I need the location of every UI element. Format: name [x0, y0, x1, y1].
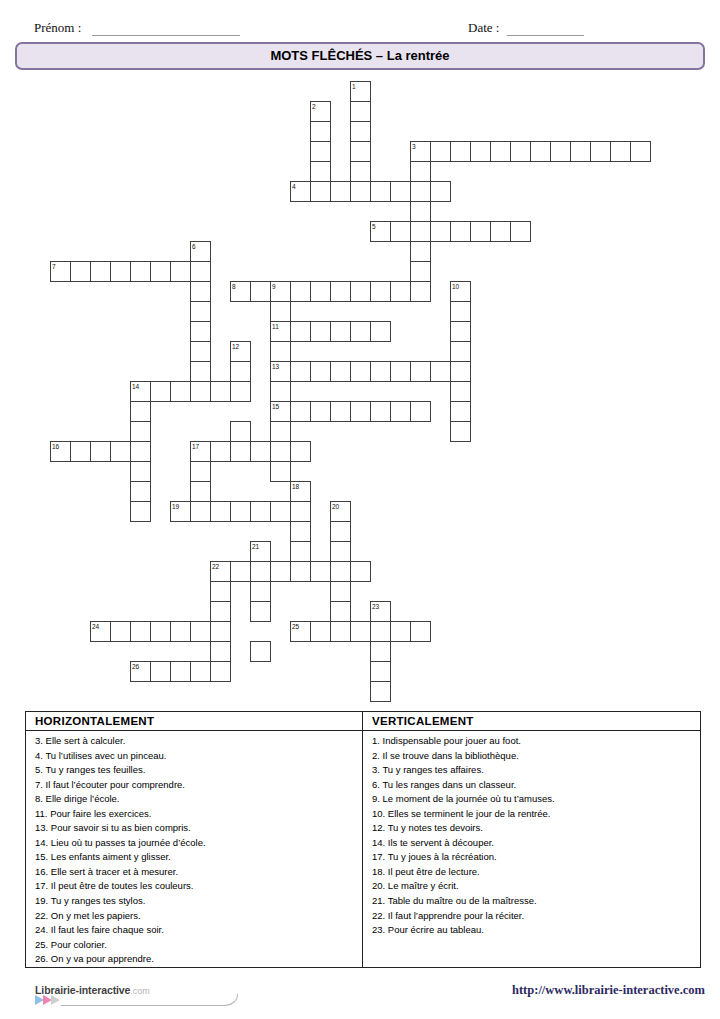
grid-cell[interactable] [290, 321, 311, 342]
clue-item: 7. Il faut l’écouter pour comprendre. [26, 778, 362, 793]
grid-cell-number: 5 [372, 223, 376, 230]
grid-cell[interactable] [430, 221, 451, 242]
grid-cell[interactable] [130, 461, 151, 482]
grid-cell[interactable] [350, 161, 371, 182]
grid-cell-number: 15 [272, 403, 279, 410]
clue-item: 21. Table du maître ou de la maîtresse. [363, 894, 700, 909]
grid-cell[interactable] [170, 261, 191, 282]
grid-cell[interactable] [290, 281, 311, 302]
grid-cell[interactable] [250, 561, 271, 582]
clue-item: 17. Tu y joues à la récréation. [363, 850, 700, 865]
grid-cell-number: 12 [232, 343, 239, 350]
date-blank-line[interactable] [507, 22, 584, 36]
grid-cell[interactable] [310, 141, 331, 162]
grid-cell[interactable] [530, 141, 551, 162]
grid-cell[interactable] [390, 221, 411, 242]
grid-cell[interactable] [350, 101, 371, 122]
grid-cell-number: 24 [92, 623, 99, 630]
grid-cell[interactable] [450, 221, 471, 242]
clue-item: 19. Tu y ranges tes stylos. [26, 894, 362, 909]
grid-cell-number: 10 [452, 283, 459, 290]
grid-cell[interactable] [310, 181, 331, 202]
clues-horizontal-list: 3. Elle sert à calculer.4. Tu l’utilises… [26, 731, 362, 967]
grid-cell[interactable] [190, 301, 211, 322]
arrow-icon [51, 995, 60, 1005]
grid-cell[interactable] [110, 621, 131, 642]
grid-cell[interactable] [170, 661, 191, 682]
grid-cell[interactable] [230, 421, 251, 442]
grid-cell[interactable] [290, 521, 311, 542]
clues-column-vertical: VERTICALEMENT 1. Indispensable pour joue… [363, 712, 700, 967]
grid-cell[interactable] [370, 361, 391, 382]
grid-cell[interactable] [250, 581, 271, 602]
grid-cell[interactable] [190, 461, 211, 482]
grid-cell[interactable] [430, 361, 451, 382]
grid-cell[interactable] [130, 401, 151, 422]
grid-cell[interactable] [190, 381, 211, 402]
grid-cell[interactable] [310, 361, 331, 382]
grid-cell[interactable] [250, 441, 271, 462]
clue-item: 17. Il peut être de toutes les couleurs. [26, 879, 362, 894]
grid-cell[interactable] [250, 601, 271, 622]
grid-cell[interactable] [210, 621, 231, 642]
grid-cell[interactable] [410, 161, 431, 182]
clue-item: 6. Tu les ranges dans un classeur. [363, 778, 700, 793]
grid-cell[interactable] [150, 261, 171, 282]
grid-cell[interactable] [330, 561, 351, 582]
grid-cell[interactable] [450, 361, 471, 382]
grid-cell[interactable] [110, 261, 131, 282]
grid-cell[interactable] [330, 281, 351, 302]
grid-cell[interactable] [70, 261, 91, 282]
grid-cell[interactable] [210, 581, 231, 602]
grid-cell[interactable] [130, 501, 151, 522]
grid-cell[interactable] [130, 441, 151, 462]
clue-item: 13. Pour savoir si tu as bien compris. [26, 821, 362, 836]
clue-item: 14. Lieu où tu passes ta journée d’école… [26, 836, 362, 851]
grid-cell[interactable] [450, 301, 471, 322]
grid-cell[interactable] [290, 561, 311, 582]
grid-cell[interactable] [230, 361, 251, 382]
grid-cell[interactable] [410, 361, 431, 382]
grid-cell[interactable] [210, 661, 231, 682]
grid-cell-number: 19 [172, 503, 179, 510]
grid-cell[interactable] [230, 561, 251, 582]
clue-item: 24. Il faut les faire chaque soir. [26, 923, 362, 938]
grid-cell[interactable] [290, 361, 311, 382]
grid-cell[interactable] [250, 501, 271, 522]
grid-cell[interactable] [270, 441, 291, 462]
grid-cell[interactable] [270, 381, 291, 402]
grid-cell-number: 13 [272, 363, 279, 370]
grid-cell[interactable] [450, 381, 471, 402]
grid-cell[interactable] [610, 141, 631, 162]
grid-cell-number: 22 [212, 563, 219, 570]
grid-cell[interactable] [350, 621, 371, 642]
site-url-link[interactable]: http://www.librairie-interactive.com [512, 983, 705, 998]
clue-item: 3. Tu y ranges tes affaires. [363, 763, 700, 778]
title-bar: MOTS FLÊCHÉS – La rentrée [15, 42, 705, 70]
grid-cell-number: 4 [292, 183, 296, 190]
grid-cell[interactable] [270, 461, 291, 482]
grid-cell[interactable] [230, 441, 251, 462]
grid-cell[interactable] [390, 281, 411, 302]
grid-cell[interactable] [370, 681, 391, 702]
clue-item: 9. Le moment de la journée où tu t’amuse… [363, 792, 700, 807]
grid-cell[interactable] [190, 321, 211, 342]
grid-cell[interactable] [450, 141, 471, 162]
grid-cell[interactable] [190, 281, 211, 302]
grid-cell[interactable] [310, 621, 331, 642]
grid-cell[interactable] [330, 521, 351, 542]
grid-cell[interactable] [170, 381, 191, 402]
grid-cell[interactable] [90, 261, 111, 282]
grid-cell[interactable] [230, 501, 251, 522]
grid-cell[interactable] [330, 401, 351, 422]
horizontal-header: HORIZONTALEMENT [26, 712, 362, 731]
grid-cell[interactable] [410, 401, 431, 422]
logo-arrows [35, 995, 245, 1011]
grid-cell-number: 26 [132, 663, 139, 670]
clue-item: 14. Ils te servent à découper. [363, 836, 700, 851]
clues-vertical-list: 1. Indispensable pour jouer au foot.2. I… [363, 731, 700, 938]
grid-cell[interactable] [230, 381, 251, 402]
grid-cell[interactable] [210, 501, 231, 522]
grid-cell[interactable] [130, 481, 151, 502]
grid-cell[interactable] [290, 401, 311, 422]
grid-cell[interactable] [310, 401, 331, 422]
grid-cell[interactable] [370, 621, 391, 642]
grid-cell[interactable] [130, 621, 151, 642]
clues-table: HORIZONTALEMENT 3. Elle sert à calculer.… [25, 711, 701, 968]
grid-cell[interactable] [370, 321, 391, 342]
grid-cell[interactable] [550, 141, 571, 162]
grid-cell[interactable] [330, 601, 351, 622]
grid-cell[interactable] [270, 421, 291, 442]
grid-cell[interactable] [390, 621, 411, 642]
grid-cell[interactable] [450, 401, 471, 422]
grid-cell-number: 23 [372, 603, 379, 610]
grid-cell[interactable] [250, 641, 271, 662]
grid-cell-number: 3 [412, 143, 416, 150]
prenom-label: Prénom : [34, 20, 81, 36]
clue-item: 1. Indispensable pour jouer au foot. [363, 734, 700, 749]
grid-cell[interactable] [70, 441, 91, 462]
grid-cell[interactable] [410, 261, 431, 282]
vertical-header: VERTICALEMENT [363, 712, 700, 731]
grid-cell[interactable] [310, 161, 331, 182]
grid-cell[interactable] [130, 421, 151, 442]
clue-item: 26. On y va pour apprendre. [26, 952, 362, 967]
grid-cell[interactable] [290, 541, 311, 562]
grid-cell[interactable] [410, 181, 431, 202]
logo-swoosh-curve [61, 994, 238, 1006]
clue-item: 4. Tu l’utilises avec un pinceau. [26, 749, 362, 764]
grid-cell-number: 2 [312, 103, 316, 110]
grid-cell[interactable] [90, 441, 111, 462]
grid-cell[interactable] [150, 381, 171, 402]
grid-cell[interactable] [470, 221, 491, 242]
clue-item: 16. Elle sert à tracer et à mesurer. [26, 865, 362, 880]
grid-cell[interactable] [410, 241, 431, 262]
grid-cell[interactable] [410, 221, 431, 242]
grid-cell[interactable] [390, 361, 411, 382]
clue-item: 10. Elles se terminent le jour de la ren… [363, 807, 700, 822]
grid-cell[interactable] [250, 281, 271, 302]
grid-cell[interactable] [430, 141, 451, 162]
grid-cell[interactable] [510, 221, 531, 242]
grid-cell[interactable] [450, 321, 471, 342]
grid-cell[interactable] [270, 501, 291, 522]
grid-cell-number: 11 [272, 323, 279, 330]
clue-item: 23. Pour écrire au tableau. [363, 923, 700, 938]
grid-cell[interactable] [450, 421, 471, 442]
clue-item: 15. Les enfants aiment y glisser. [26, 850, 362, 865]
grid-cell[interactable] [370, 281, 391, 302]
grid-cell-number: 14 [132, 383, 139, 390]
page-title: MOTS FLÊCHÉS – La rentrée [270, 48, 449, 63]
clue-item: 3. Elle sert à calculer. [26, 734, 362, 749]
grid-cell[interactable] [410, 281, 431, 302]
grid-cell[interactable] [350, 561, 371, 582]
date-label: Date : [468, 20, 499, 36]
grid-cell[interactable] [350, 281, 371, 302]
grid-cell[interactable] [210, 641, 231, 662]
grid-cell[interactable] [190, 501, 211, 522]
clue-item: 18. Il peut être de lecture. [363, 865, 700, 880]
grid-cell[interactable] [190, 661, 211, 682]
grid-cell[interactable] [190, 481, 211, 502]
grid-cell-number: 7 [52, 263, 56, 270]
clue-item: 5. Tu y ranges tes feuilles. [26, 763, 362, 778]
grid-cell[interactable] [190, 361, 211, 382]
grid-cell[interactable] [290, 441, 311, 462]
grid-cell[interactable] [410, 621, 431, 642]
grid-cell-number: 6 [192, 243, 196, 250]
grid-cell[interactable] [350, 181, 371, 202]
grid-cell-number: 9 [272, 283, 276, 290]
grid-cell[interactable] [310, 321, 331, 342]
grid-cell[interactable] [130, 261, 151, 282]
crossword-grid: 1234567891011121314151617181920212223242… [50, 81, 651, 702]
grid-cell[interactable] [150, 621, 171, 642]
grid-cell[interactable] [510, 141, 531, 162]
grid-cell[interactable] [630, 141, 651, 162]
grid-cell[interactable] [390, 181, 411, 202]
grid-cell[interactable] [150, 661, 171, 682]
clue-item: 2. Il se trouve dans la bibliothèque. [363, 749, 700, 764]
grid-cell[interactable] [110, 441, 131, 462]
grid-cell-number: 1 [352, 83, 356, 90]
grid-cell[interactable] [210, 601, 231, 622]
grid-cell[interactable] [370, 401, 391, 422]
grid-cell[interactable] [370, 181, 391, 202]
grid-cell[interactable] [350, 121, 371, 142]
grid-cell[interactable] [330, 181, 351, 202]
grid-cell[interactable] [330, 541, 351, 562]
grid-cell[interactable] [310, 281, 331, 302]
grid-cell-number: 20 [332, 503, 339, 510]
grid-cell[interactable] [330, 581, 351, 602]
grid-cell[interactable] [490, 141, 511, 162]
grid-cell[interactable] [310, 561, 331, 582]
grid-cell-number: 25 [292, 623, 299, 630]
grid-cell[interactable] [430, 181, 451, 202]
grid-cell[interactable] [330, 361, 351, 382]
grid-cell[interactable] [370, 661, 391, 682]
grid-cell[interactable] [570, 141, 591, 162]
grid-cell[interactable] [270, 301, 291, 322]
grid-cell[interactable] [330, 321, 351, 342]
grid-cell[interactable] [470, 141, 491, 162]
grid-cell[interactable] [350, 321, 371, 342]
clue-item: 22. On y met les papiers. [26, 909, 362, 924]
grid-cell-number: 16 [52, 443, 59, 450]
grid-cell[interactable] [350, 361, 371, 382]
grid-cell[interactable] [410, 201, 431, 222]
grid-cell[interactable] [350, 141, 371, 162]
grid-cell[interactable] [450, 341, 471, 362]
grid-cell[interactable] [290, 501, 311, 522]
grid-cell[interactable] [190, 621, 211, 642]
grid-cell[interactable] [490, 221, 511, 242]
grid-cell[interactable] [190, 261, 211, 282]
grid-cell[interactable] [590, 141, 611, 162]
grid-cell[interactable] [390, 401, 411, 422]
grid-cell[interactable] [270, 561, 291, 582]
grid-cell[interactable] [270, 341, 291, 362]
grid-cell[interactable] [170, 621, 191, 642]
grid-cell-number: 18 [292, 483, 299, 490]
clue-item: 20. Le maître y écrit. [363, 879, 700, 894]
clue-item: 12. Tu y notes tes devoirs. [363, 821, 700, 836]
grid-cell[interactable] [330, 621, 351, 642]
grid-cell[interactable] [210, 441, 231, 462]
grid-cell[interactable] [210, 381, 231, 402]
grid-cell-number: 8 [232, 283, 236, 290]
grid-cell[interactable] [190, 341, 211, 362]
clues-column-horizontal: HORIZONTALEMENT 3. Elle sert à calculer.… [26, 712, 363, 967]
prenom-blank-line[interactable] [92, 22, 240, 36]
grid-cell-number: 17 [192, 443, 199, 450]
clue-item: 8. Elle dirige l’école. [26, 792, 362, 807]
clue-item: 22. Il faut l’apprendre pour la réciter. [363, 909, 700, 924]
grid-cell-number: 21 [252, 543, 259, 550]
grid-cell[interactable] [370, 641, 391, 662]
grid-cell[interactable] [310, 121, 331, 142]
clue-item: 25. Pour colorier. [26, 938, 362, 953]
clue-item: 11. Pour faire les exercices. [26, 807, 362, 822]
grid-cell[interactable] [350, 401, 371, 422]
